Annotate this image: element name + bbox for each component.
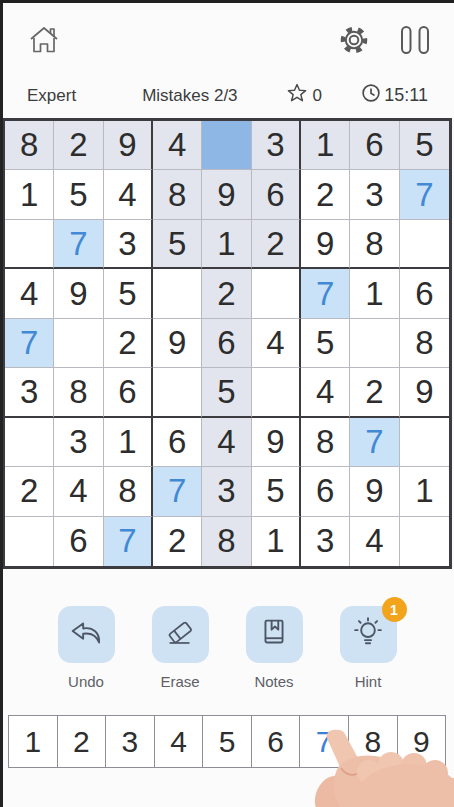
undo-label: Undo xyxy=(68,673,104,690)
cell-r4c8[interactable]: 1 xyxy=(350,269,399,318)
cell-r5c4[interactable]: 9 xyxy=(153,319,202,368)
cell-r5c9[interactable]: 8 xyxy=(400,319,449,368)
cell-r2c5[interactable]: 9 xyxy=(202,170,251,219)
clock-icon xyxy=(360,82,382,109)
numpad-digit-4[interactable]: 4 xyxy=(155,716,204,767)
cell-r2c4[interactable]: 8 xyxy=(153,170,202,219)
cell-r6c1[interactable]: 3 xyxy=(5,368,54,417)
cell-r2c8[interactable]: 3 xyxy=(350,170,399,219)
screen-edge-top xyxy=(0,0,454,3)
numpad-digit-7[interactable]: 7 xyxy=(300,716,349,767)
cell-r8c3[interactable]: 8 xyxy=(104,467,153,516)
cell-r7c3[interactable]: 1 xyxy=(104,418,153,467)
cell-r3c7[interactable]: 9 xyxy=(301,220,350,269)
cell-r6c3[interactable]: 6 xyxy=(104,368,153,417)
cell-r6c8[interactable]: 2 xyxy=(350,368,399,417)
cell-r2c9[interactable]: 7 xyxy=(400,170,449,219)
numpad-digit-3[interactable]: 3 xyxy=(106,716,155,767)
sudoku-app-screen: Expert Mistakes 2/3 0 15:11 829431651548… xyxy=(0,0,454,807)
numpad-digit-6[interactable]: 6 xyxy=(252,716,301,767)
mistakes-counter: Mistakes 2/3 xyxy=(142,86,237,106)
cell-r3c4[interactable]: 5 xyxy=(153,220,202,269)
cell-r9c3[interactable]: 7 xyxy=(104,517,153,566)
cell-r7c7[interactable]: 8 xyxy=(301,418,350,467)
cell-r7c8[interactable]: 7 xyxy=(350,418,399,467)
cell-r4c6[interactable] xyxy=(252,269,301,318)
cell-r9c9[interactable] xyxy=(400,517,449,566)
cell-r5c8[interactable] xyxy=(350,319,399,368)
notebook-icon xyxy=(255,614,293,656)
hint-button[interactable]: 1 Hint xyxy=(339,606,397,690)
cell-r5c6[interactable]: 4 xyxy=(252,319,301,368)
screen-edge-left xyxy=(0,0,3,807)
stars-counter: 0 xyxy=(286,82,322,109)
cell-r2c3[interactable]: 4 xyxy=(104,170,153,219)
cell-r6c2[interactable]: 8 xyxy=(54,368,103,417)
cell-r6c6[interactable] xyxy=(252,368,301,417)
cell-r1c9[interactable]: 5 xyxy=(400,121,449,170)
cell-r8c2[interactable]: 4 xyxy=(54,467,103,516)
timer: 15:11 xyxy=(360,82,428,109)
cell-r3c5[interactable]: 1 xyxy=(202,220,251,269)
cell-r6c9[interactable]: 9 xyxy=(400,368,449,417)
cell-r1c5[interactable] xyxy=(202,121,251,170)
cell-r1c8[interactable]: 6 xyxy=(350,121,399,170)
toolbar: Undo Erase xyxy=(0,606,454,690)
numpad-digit-9[interactable]: 9 xyxy=(398,716,446,767)
cell-r7c5[interactable]: 4 xyxy=(202,418,251,467)
cell-r4c5[interactable]: 2 xyxy=(202,269,251,318)
top-bar xyxy=(0,0,454,58)
cell-r8c9[interactable]: 1 xyxy=(400,467,449,516)
cell-r7c2[interactable]: 3 xyxy=(54,418,103,467)
cell-r3c8[interactable]: 8 xyxy=(350,220,399,269)
cell-r4c9[interactable]: 6 xyxy=(400,269,449,318)
cell-r5c2[interactable] xyxy=(54,319,103,368)
cell-r4c7[interactable]: 7 xyxy=(301,269,350,318)
home-icon xyxy=(26,22,62,58)
home-button[interactable] xyxy=(26,22,62,58)
cell-r5c7[interactable]: 5 xyxy=(301,319,350,368)
cell-r5c5[interactable]: 6 xyxy=(202,319,251,368)
cell-r2c1[interactable]: 1 xyxy=(5,170,54,219)
cell-r3c6[interactable]: 2 xyxy=(252,220,301,269)
cell-r7c9[interactable] xyxy=(400,418,449,467)
cell-r1c3[interactable]: 9 xyxy=(104,121,153,170)
numpad-digit-5[interactable]: 5 xyxy=(203,716,252,767)
cell-r8c8[interactable]: 9 xyxy=(350,467,399,516)
cell-r3c9[interactable] xyxy=(400,220,449,269)
undo-arrow-icon xyxy=(67,614,105,656)
hint-label: Hint xyxy=(355,673,382,690)
cell-r6c5[interactable]: 5 xyxy=(202,368,251,417)
cell-r1c4[interactable]: 4 xyxy=(153,121,202,170)
cell-r9c7[interactable]: 3 xyxy=(301,517,350,566)
cell-r9c2[interactable]: 6 xyxy=(54,517,103,566)
cell-r9c1[interactable] xyxy=(5,517,54,566)
difficulty-label: Expert xyxy=(27,86,76,106)
cell-r7c6[interactable]: 9 xyxy=(252,418,301,467)
cell-r7c4[interactable]: 6 xyxy=(153,418,202,467)
cell-r8c5[interactable]: 3 xyxy=(202,467,251,516)
notes-label: Notes xyxy=(254,673,293,690)
cell-r7c1[interactable] xyxy=(5,418,54,467)
cell-r8c7[interactable]: 6 xyxy=(301,467,350,516)
cell-r5c3[interactable]: 2 xyxy=(104,319,153,368)
star-count: 0 xyxy=(313,86,322,106)
cell-r8c6[interactable]: 5 xyxy=(252,467,301,516)
numpad-digit-8[interactable]: 8 xyxy=(349,716,398,767)
undo-button[interactable]: Undo xyxy=(57,606,115,690)
cell-r9c8[interactable]: 4 xyxy=(350,517,399,566)
cell-r5c1[interactable]: 7 xyxy=(5,319,54,368)
sudoku-board: 8294316515489623773512984952716729645838… xyxy=(2,118,452,569)
cell-r3c2[interactable]: 7 xyxy=(54,220,103,269)
settings-button[interactable] xyxy=(338,24,370,56)
star-icon xyxy=(286,82,308,109)
cell-r6c4[interactable] xyxy=(153,368,202,417)
cell-r8c1[interactable]: 2 xyxy=(5,467,54,516)
cell-r9c6[interactable]: 1 xyxy=(252,517,301,566)
cell-r1c1[interactable]: 8 xyxy=(5,121,54,170)
erase-button[interactable]: Erase xyxy=(151,606,209,690)
numpad-digit-1[interactable]: 1 xyxy=(9,716,58,767)
cell-r4c2[interactable]: 9 xyxy=(54,269,103,318)
cell-r6c7[interactable]: 4 xyxy=(301,368,350,417)
cell-r1c2[interactable]: 2 xyxy=(54,121,103,170)
erase-label: Erase xyxy=(160,673,199,690)
cell-r4c3[interactable]: 5 xyxy=(104,269,153,318)
eraser-icon xyxy=(161,614,199,656)
cell-r4c4[interactable] xyxy=(153,269,202,318)
settings-gear-icon xyxy=(338,24,370,56)
cell-r9c5[interactable]: 8 xyxy=(202,517,251,566)
cell-r2c6[interactable]: 6 xyxy=(252,170,301,219)
pause-button[interactable] xyxy=(400,24,430,56)
cell-r2c2[interactable]: 5 xyxy=(54,170,103,219)
cell-r4c1[interactable]: 4 xyxy=(5,269,54,318)
cell-r9c4[interactable]: 2 xyxy=(153,517,202,566)
hint-badge: 1 xyxy=(382,597,407,622)
cell-r1c6[interactable]: 3 xyxy=(252,121,301,170)
cell-r1c7[interactable]: 1 xyxy=(301,121,350,170)
pause-icon xyxy=(400,24,430,56)
cell-r3c3[interactable]: 3 xyxy=(104,220,153,269)
lightbulb-icon xyxy=(349,614,387,656)
number-pad: 123456789 xyxy=(8,715,446,768)
status-bar: Expert Mistakes 2/3 0 15:11 xyxy=(0,82,454,109)
time-value: 15:11 xyxy=(384,85,428,106)
numpad-digit-2[interactable]: 2 xyxy=(58,716,107,767)
cell-r3c1[interactable] xyxy=(5,220,54,269)
cell-r2c7[interactable]: 2 xyxy=(301,170,350,219)
notes-button[interactable]: Notes xyxy=(245,606,303,690)
cell-r8c4[interactable]: 7 xyxy=(153,467,202,516)
